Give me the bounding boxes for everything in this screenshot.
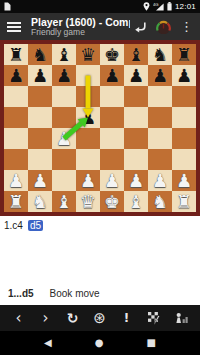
location-icon — [143, 2, 150, 11]
square-b6[interactable] — [28, 86, 52, 107]
square-e7[interactable]: ♟ — [100, 65, 124, 86]
piece-black-knight[interactable]: ♞ — [152, 44, 168, 65]
app-screen: 4G 12:01 Player (1600) - Comp… Friendly … — [0, 0, 200, 355]
piece-white-knight[interactable]: ♞ — [32, 191, 48, 212]
square-g5[interactable] — [148, 107, 172, 128]
engine-gauge-icon[interactable] — [155, 20, 172, 34]
square-f2[interactable]: ♟ — [124, 170, 148, 191]
svg-text:4G: 4G — [153, 2, 159, 7]
piece-white-pawn[interactable]: ♟ — [56, 128, 72, 149]
square-f8[interactable]: ♝ — [124, 44, 148, 65]
square-a5[interactable] — [4, 107, 28, 128]
undo-move-icon[interactable] — [134, 20, 147, 33]
nav-back-button[interactable]: ◀ — [44, 331, 52, 355]
square-a8[interactable]: ♜ — [4, 44, 28, 65]
move-white[interactable]: 1.c4 — [4, 220, 23, 231]
square-g6[interactable] — [148, 86, 172, 107]
square-e1[interactable]: ♚ — [100, 191, 124, 212]
piece-black-pawn[interactable]: ♟ — [152, 65, 168, 86]
square-e6[interactable] — [100, 86, 124, 107]
overflow-menu-icon[interactable]: ⋮ — [180, 20, 193, 33]
square-h2[interactable]: ♟ — [172, 170, 196, 191]
square-h3[interactable] — [172, 149, 196, 170]
square-c3[interactable] — [52, 149, 76, 170]
android-nav-bar: ◀ ● ■ — [0, 331, 200, 355]
app-header: Player (1600) - Comp… Friendly game ⋮ — [0, 13, 200, 40]
square-a2[interactable]: ♟ — [4, 170, 28, 191]
empty-area — [0, 234, 200, 285]
menu-icon[interactable] — [7, 22, 21, 32]
piece-white-pawn[interactable]: ♟ — [128, 170, 144, 191]
game-toolbar: ‹ › ↻ ⊛ ! — [0, 305, 200, 331]
notification-icon — [4, 2, 11, 11]
square-d1[interactable]: ♛ — [76, 191, 100, 212]
square-c6[interactable] — [52, 86, 76, 107]
square-g3[interactable] — [148, 149, 172, 170]
square-g1[interactable]: ♞ — [148, 191, 172, 212]
square-d5[interactable]: ♟ — [76, 107, 100, 128]
piece-white-pawn[interactable]: ♟ — [32, 170, 48, 191]
square-d2[interactable]: ♟ — [76, 170, 100, 191]
piece-white-pawn[interactable]: ♟ — [176, 170, 192, 191]
piece-white-rook[interactable]: ♜ — [8, 191, 24, 212]
piece-white-pawn[interactable]: ♟ — [8, 170, 24, 191]
piece-black-pawn[interactable]: ♟ — [56, 65, 72, 86]
square-a1[interactable]: ♜ — [4, 191, 28, 212]
square-g8[interactable]: ♞ — [148, 44, 172, 65]
square-a3[interactable] — [4, 149, 28, 170]
piece-black-queen[interactable]: ♛ — [80, 44, 96, 65]
square-h7[interactable]: ♟ — [172, 65, 196, 86]
piece-white-pawn[interactable]: ♟ — [152, 170, 168, 191]
piece-white-king[interactable]: ♚ — [104, 191, 120, 212]
page-title: Player (1600) - Comp… — [31, 17, 130, 28]
square-h4[interactable] — [172, 128, 196, 149]
piece-white-pawn[interactable]: ♟ — [104, 170, 120, 191]
square-e2[interactable]: ♟ — [100, 170, 124, 191]
square-d7[interactable] — [76, 65, 100, 86]
square-b1[interactable]: ♞ — [28, 191, 52, 212]
square-h1[interactable]: ♜ — [172, 191, 196, 212]
square-g7[interactable]: ♟ — [148, 65, 172, 86]
piece-white-knight[interactable]: ♞ — [152, 191, 168, 212]
square-d3[interactable] — [76, 149, 100, 170]
clock: 12:01 — [175, 2, 196, 11]
piece-white-rook[interactable]: ♜ — [176, 191, 192, 212]
move-list: 1.c4 d5 — [0, 216, 200, 234]
square-f4[interactable] — [124, 128, 148, 149]
square-e4[interactable] — [100, 128, 124, 149]
square-c1[interactable]: ♝ — [52, 191, 76, 212]
piece-black-bishop[interactable]: ♝ — [128, 44, 144, 65]
engine-status-line: 1...d5 Book move — [0, 285, 200, 301]
square-h5[interactable] — [172, 107, 196, 128]
status-move: 1...d5 — [8, 288, 34, 299]
force-move-button[interactable]: ! — [120, 308, 134, 328]
piece-black-pawn[interactable]: ♟ — [32, 65, 48, 86]
square-f6[interactable] — [124, 86, 148, 107]
piece-black-pawn[interactable]: ♟ — [128, 65, 144, 86]
piece-black-rook[interactable]: ♜ — [176, 44, 192, 65]
edit-board-icon — [147, 311, 161, 325]
square-a4[interactable] — [4, 128, 28, 149]
square-d8[interactable]: ♛ — [76, 44, 100, 65]
square-b3[interactable] — [28, 149, 52, 170]
square-f3[interactable] — [124, 149, 148, 170]
square-b5[interactable] — [28, 107, 52, 128]
piece-black-king[interactable]: ♚ — [104, 44, 120, 65]
piece-white-bishop[interactable]: ♝ — [56, 191, 72, 212]
piece-black-pawn[interactable]: ♟ — [176, 65, 192, 86]
piece-black-pawn[interactable]: ♟ — [8, 65, 24, 86]
nav-recents-button[interactable]: ■ — [147, 331, 156, 355]
square-h6[interactable] — [172, 86, 196, 107]
piece-white-pawn[interactable]: ♟ — [80, 170, 96, 191]
square-f1[interactable]: ♝ — [124, 191, 148, 212]
piece-black-rook[interactable]: ♜ — [8, 44, 24, 65]
square-h8[interactable]: ♜ — [172, 44, 196, 65]
square-g4[interactable] — [148, 128, 172, 149]
square-e3[interactable] — [100, 149, 124, 170]
square-e5[interactable] — [100, 107, 124, 128]
square-b4[interactable] — [28, 128, 52, 149]
square-c7[interactable]: ♟ — [52, 65, 76, 86]
square-e8[interactable]: ♚ — [100, 44, 124, 65]
square-b8[interactable]: ♞ — [28, 44, 52, 65]
flip-board-button[interactable]: ↻ — [66, 308, 80, 328]
chess-board-frame: ♜♞♝♛♚♝♞♜♟♟♟♟♟♟♟♟♟♟♟♟♟♟♟♟♜♞♝♛♚♝♞♜ — [0, 40, 200, 216]
square-f7[interactable]: ♟ — [124, 65, 148, 86]
piece-white-queen[interactable]: ♛ — [80, 191, 96, 212]
edit-board-button[interactable] — [147, 308, 161, 328]
next-move-button[interactable]: › — [39, 308, 53, 328]
square-g2[interactable]: ♟ — [148, 170, 172, 191]
square-f5[interactable] — [124, 107, 148, 128]
previous-move-button[interactable]: ‹ — [12, 308, 26, 328]
engine-play-button[interactable]: ⊛ — [93, 308, 107, 328]
square-a7[interactable]: ♟ — [4, 65, 28, 86]
square-d6[interactable] — [76, 86, 100, 107]
piece-black-knight[interactable]: ♞ — [32, 44, 48, 65]
piece-white-bishop[interactable]: ♝ — [128, 191, 144, 212]
move-current-selected[interactable]: d5 — [28, 220, 43, 231]
square-c8[interactable]: ♝ — [52, 44, 76, 65]
square-c5[interactable] — [52, 107, 76, 128]
analysis-button[interactable] — [174, 308, 189, 328]
piece-black-pawn[interactable]: ♟ — [80, 107, 96, 128]
nav-home-button[interactable]: ● — [95, 331, 104, 355]
square-b7[interactable]: ♟ — [28, 65, 52, 86]
cellular-signal-icon: 4G — [153, 2, 164, 11]
page-subtitle: Friendly game — [31, 28, 130, 37]
battery-icon — [167, 2, 172, 11]
status-annotation: Book move — [50, 288, 100, 299]
square-d4[interactable] — [76, 128, 100, 149]
square-c2[interactable] — [52, 170, 76, 191]
chess-board[interactable]: ♜♞♝♛♚♝♞♜♟♟♟♟♟♟♟♟♟♟♟♟♟♟♟♟♜♞♝♛♚♝♞♜ — [4, 44, 196, 212]
square-c4[interactable]: ♟ — [52, 128, 76, 149]
android-status-bar: 4G 12:01 — [0, 0, 200, 13]
piece-black-pawn[interactable]: ♟ — [104, 65, 120, 86]
analysis-icon — [174, 311, 189, 325]
square-a6[interactable] — [4, 86, 28, 107]
square-b2[interactable]: ♟ — [28, 170, 52, 191]
piece-black-bishop[interactable]: ♝ — [56, 44, 72, 65]
